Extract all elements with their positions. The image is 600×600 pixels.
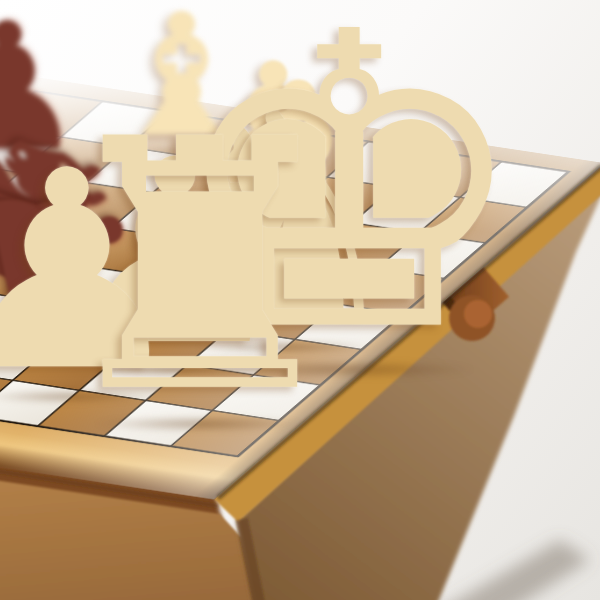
- piece-light-r[interactable]: ♜: [45, 94, 355, 439]
- photo-frame: { "game": "chess", "scene": "wooden trav…: [0, 0, 600, 600]
